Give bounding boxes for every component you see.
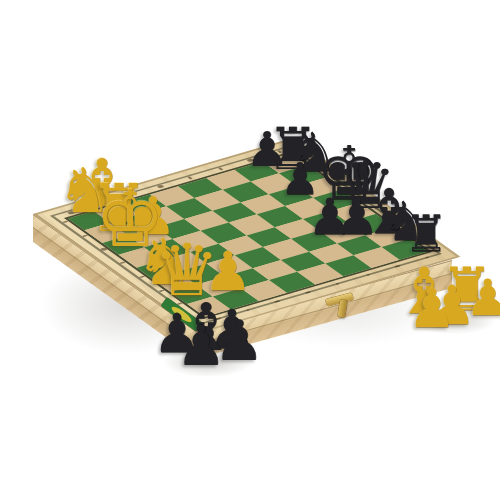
black-pawn[interactable]: ♟ bbox=[176, 318, 226, 374]
brass-latch bbox=[324, 291, 362, 323]
yellow-pawn[interactable]: ♟ bbox=[408, 282, 456, 336]
latch-tongue-icon bbox=[338, 300, 348, 318]
black-rook[interactable]: ♜ bbox=[404, 209, 449, 259]
chess-set-photo: ♞♝♜♚♟♞♛♟♟♜♞♟♚♛♟♟♝♞♜♟♝♟♟♟♝♟♟♜♟ bbox=[0, 0, 500, 500]
